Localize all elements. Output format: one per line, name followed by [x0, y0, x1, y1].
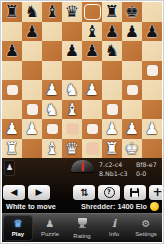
legal-move-marker — [87, 143, 98, 154]
back-button[interactable]: ◀ — [3, 185, 25, 200]
square-b8[interactable]: ♞ — [22, 2, 42, 22]
square-e2[interactable] — [82, 119, 102, 139]
piece-white-pawn: ♟ — [122, 119, 142, 139]
square-c4[interactable]: ♟ — [42, 80, 62, 100]
tab-info[interactable]: i Info — [98, 214, 130, 242]
square-e4[interactable]: ♟ — [82, 80, 102, 100]
square-f8[interactable]: ♜ — [102, 2, 122, 22]
square-f5[interactable] — [102, 61, 122, 81]
square-f2[interactable]: ♟ — [102, 119, 122, 139]
square-a4[interactable] — [2, 80, 22, 100]
tab-label: Rating — [66, 233, 98, 240]
piece-black-pawn: ♟ — [142, 22, 162, 42]
trophy-icon — [78, 218, 87, 225]
piece-white-pawn: ♟ — [82, 80, 102, 100]
square-c1[interactable]: ♝ — [42, 139, 62, 159]
piece-white-knight: ♞ — [42, 100, 62, 120]
piece-white-bishop: ♝ — [62, 100, 82, 120]
square-c7[interactable] — [42, 22, 62, 42]
square-e5[interactable] — [82, 61, 102, 81]
square-e6[interactable]: ♟ — [82, 41, 102, 61]
square-a8[interactable]: ♜ — [2, 2, 22, 22]
square-a1[interactable]: ♜ — [2, 139, 22, 159]
square-f3[interactable] — [102, 100, 122, 120]
piece-black-king: ♚ — [122, 2, 142, 22]
square-h5[interactable] — [142, 61, 162, 81]
square-h2[interactable]: ♟ — [142, 119, 162, 139]
tab-puzzle[interactable]: ♟ Puzzle — [34, 214, 66, 242]
new-game-button[interactable]: + — [149, 185, 162, 200]
square-h1[interactable] — [142, 139, 162, 159]
square-b3[interactable] — [22, 100, 42, 120]
tab-label: Settings — [130, 231, 162, 238]
piece-white-queen: ♛ — [62, 139, 82, 159]
chess-crown-icon: ♛ — [2, 216, 34, 231]
piece-black-pawn: ♟ — [2, 41, 22, 61]
square-h4[interactable] — [142, 80, 162, 100]
square-d8[interactable]: ♛ — [62, 2, 82, 22]
square-e3[interactable] — [82, 100, 102, 120]
engine-status-dot — [150, 202, 159, 211]
square-d7[interactable] — [62, 22, 82, 42]
white-move: Nb1-c3 — [105, 170, 127, 177]
square-a2[interactable]: ♟ — [2, 119, 22, 139]
info-icon: i — [98, 216, 130, 231]
square-c2[interactable] — [42, 119, 62, 139]
square-b7[interactable]: ♟ — [22, 22, 42, 42]
square-h8[interactable] — [142, 2, 162, 22]
square-a3[interactable] — [2, 100, 22, 120]
square-g1[interactable]: ♚ — [122, 139, 142, 159]
square-g8[interactable]: ♚ — [122, 2, 142, 22]
piece-black-pawn: ♟ — [122, 22, 142, 42]
move-list[interactable]: 7.c2-c4 Bf8-e7 8.Nb1-c3 0-0 — [99, 160, 161, 178]
tab-label: Info — [98, 231, 130, 238]
back-arrow-icon: ◀ — [11, 187, 18, 197]
chess-board: ♜♞♝♛♜♚♟♝♟♟♟♟♟♟♞♟♞♟♞♝♟♟♟♟♟♜♝♛♜♚ — [2, 2, 162, 158]
hint-button[interactable]: ? — [98, 185, 120, 200]
forward-button[interactable]: ▶ — [28, 185, 50, 200]
plus-icon: + — [152, 185, 162, 199]
gear-icon: ⚙ — [130, 216, 162, 231]
piece-white-rook: ♜ — [102, 139, 122, 159]
legal-move-marker — [87, 124, 98, 135]
chess-pawn-icon: ♟ — [34, 216, 66, 231]
square-c3[interactable]: ♞ — [42, 100, 62, 120]
piece-white-pawn: ♟ — [2, 119, 22, 139]
piece-white-pawn: ♟ — [102, 119, 122, 139]
piece-black-pawn: ♟ — [62, 41, 82, 61]
switch-sides-button[interactable]: ⇅ — [73, 185, 95, 200]
piece-black-pawn: ♟ — [82, 41, 102, 61]
square-h3[interactable] — [142, 100, 162, 120]
square-h6[interactable] — [142, 41, 162, 61]
tab-label: Play — [2, 231, 34, 238]
save-disk-icon — [130, 188, 139, 197]
engine-level-label: Shredder: 1400 Elo — [81, 202, 147, 211]
piece-white-pawn: ♟ — [142, 119, 162, 139]
square-g2[interactable]: ♟ — [122, 119, 142, 139]
piece-white-pawn: ♟ — [22, 119, 42, 139]
last-move-highlight — [84, 4, 101, 21]
square-f7[interactable]: ♟ — [102, 22, 122, 42]
piece-black-rook: ♜ — [102, 2, 122, 22]
square-d3[interactable]: ♝ — [62, 100, 82, 120]
square-c8[interactable]: ♝ — [42, 2, 62, 22]
piece-black-knight: ♞ — [22, 2, 42, 22]
square-g7[interactable]: ♟ — [122, 22, 142, 42]
legal-move-marker — [107, 104, 118, 115]
square-d2[interactable] — [62, 119, 82, 139]
tab-play[interactable]: ♛ Play — [2, 214, 34, 242]
legal-move-marker — [127, 85, 138, 96]
piece-black-pawn: ♟ — [102, 22, 122, 42]
square-g5[interactable] — [122, 61, 142, 81]
square-b5[interactable] — [22, 61, 42, 81]
square-f6[interactable]: ♞ — [102, 41, 122, 61]
legal-move-marker — [7, 85, 18, 96]
legal-move-marker — [27, 104, 38, 115]
square-b1[interactable] — [22, 139, 42, 159]
question-mark-icon: ? — [104, 187, 115, 198]
square-d4[interactable]: ♞ — [62, 80, 82, 100]
square-e8[interactable] — [82, 2, 102, 22]
tab-rating[interactable]: Rating — [66, 214, 98, 242]
white-move: c2-c4 — [105, 161, 122, 168]
square-f1[interactable]: ♜ — [102, 139, 122, 159]
control-panel: ♟ 7.c2-c4 Bf8-e7 8.Nb1-c3 0-0 ◀ ▶ ⇅ ? + — [2, 158, 162, 200]
square-h7[interactable]: ♟ — [142, 22, 162, 42]
square-b4[interactable] — [22, 80, 42, 100]
square-b2[interactable]: ♟ — [22, 119, 42, 139]
evaluation-gauge — [71, 160, 94, 172]
legal-move-marker — [147, 65, 158, 76]
square-a7[interactable] — [2, 22, 22, 42]
piece-black-knight: ♞ — [102, 41, 122, 61]
move-row: 8.Nb1-c3 0-0 — [99, 169, 161, 178]
up-down-arrows-icon: ⇅ — [80, 187, 87, 198]
square-f4[interactable] — [102, 80, 122, 100]
legal-move-marker — [47, 124, 58, 135]
black-move: Bf8-e7 — [136, 160, 157, 169]
piece-white-pawn: ♟ — [42, 80, 62, 100]
square-e1[interactable] — [82, 139, 102, 159]
piece-black-bishop: ♝ — [42, 2, 62, 22]
black-move: 0-0 — [136, 169, 146, 178]
square-a6[interactable]: ♟ — [2, 41, 22, 61]
piece-white-king: ♚ — [122, 139, 142, 159]
legal-move-marker — [67, 124, 78, 135]
square-d6[interactable]: ♟ — [62, 41, 82, 61]
square-a5[interactable] — [2, 61, 22, 81]
piece-black-rook: ♜ — [2, 2, 22, 22]
piece-white-knight: ♞ — [62, 80, 82, 100]
material-indicator[interactable]: ♟ — [4, 160, 15, 176]
square-g4[interactable] — [122, 80, 142, 100]
square-e7[interactable]: ♝ — [82, 22, 102, 42]
tab-label: Puzzle — [34, 231, 66, 238]
side-to-move-label: White to move — [6, 202, 56, 211]
square-c5[interactable] — [42, 61, 62, 81]
tab-bar: ♛ Play ♟ Puzzle Rating i Info ⚙ Settings — [2, 213, 162, 242]
square-d1[interactable]: ♛ — [62, 139, 82, 159]
square-g6[interactable] — [122, 41, 142, 61]
piece-white-bishop: ♝ — [42, 139, 62, 159]
square-g3[interactable] — [122, 100, 142, 120]
piece-white-rook: ♜ — [2, 139, 22, 159]
screenshot-frame: ♜♞♝♛♜♚♟♝♟♟♟♟♟♟♞♟♞♟♞♝♟♟♟♟♟♜♝♛♜♚ ♟ 7.c2-c4… — [0, 0, 164, 244]
square-b6[interactable] — [22, 41, 42, 61]
shredder-chess-app: ♜♞♝♛♜♚♟♝♟♟♟♟♟♟♞♟♞♟♞♝♟♟♟♟♟♜♝♛♜♚ ♟ 7.c2-c4… — [2, 2, 162, 242]
tab-settings[interactable]: ⚙ Settings — [130, 214, 162, 242]
square-c6[interactable] — [42, 41, 62, 61]
evaluation-needle-icon — [82, 162, 84, 171]
save-button[interactable] — [124, 185, 146, 200]
square-d5[interactable] — [62, 61, 82, 81]
status-bar: White to move Shredder: 1400 Elo — [2, 200, 162, 213]
piece-black-queen: ♛ — [62, 2, 82, 22]
forward-arrow-icon: ▶ — [36, 187, 43, 197]
piece-black-bishop: ♝ — [82, 22, 102, 42]
move-row: 7.c2-c4 Bf8-e7 — [99, 160, 161, 169]
piece-black-pawn: ♟ — [22, 22, 42, 42]
